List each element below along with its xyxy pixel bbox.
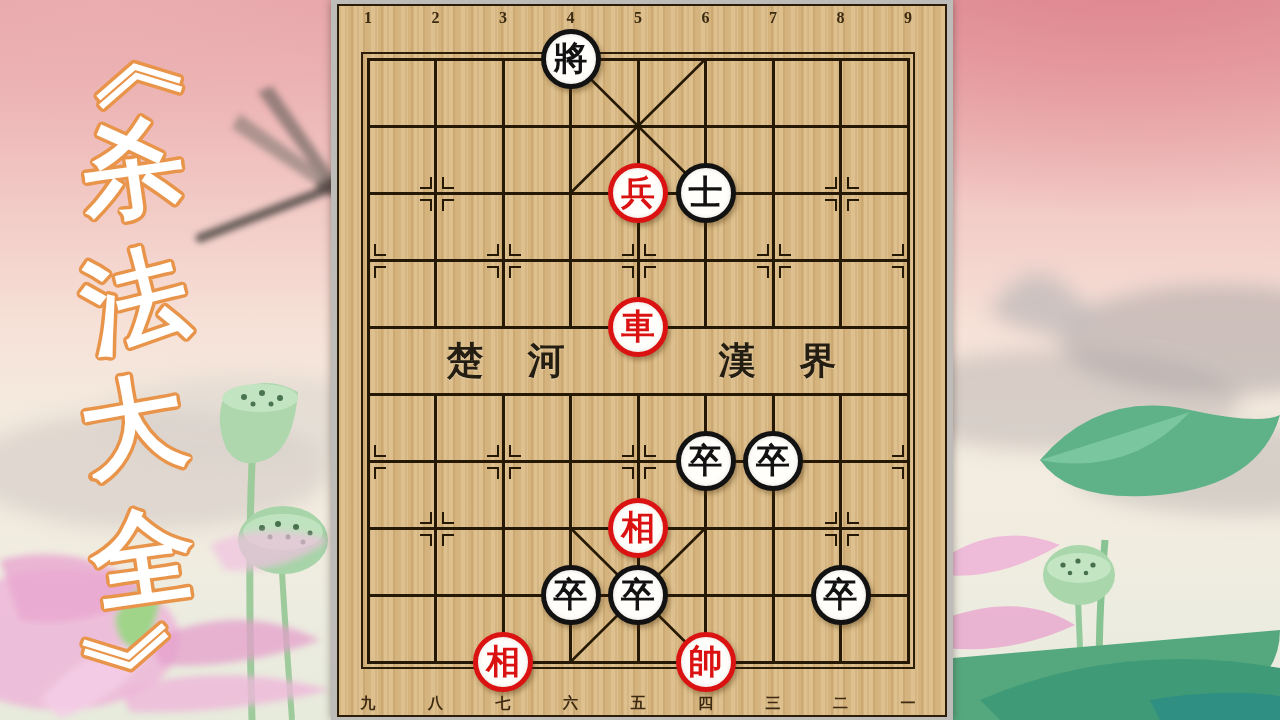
point-marker — [622, 445, 634, 457]
point-marker — [442, 512, 454, 524]
point-marker — [644, 244, 656, 256]
point-marker — [892, 467, 904, 479]
point-marker — [847, 534, 859, 546]
piece-black-soldier[interactable]: 卒 — [541, 565, 601, 625]
file-label-top: 6 — [702, 10, 710, 26]
banner-char: 全 — [82, 494, 203, 623]
point-marker — [374, 467, 386, 479]
file-label-bottom: 三 — [766, 695, 781, 711]
point-marker — [420, 177, 432, 189]
file-label-top: 8 — [837, 10, 845, 26]
point-marker — [892, 445, 904, 457]
point-marker — [779, 266, 791, 278]
point-marker — [622, 244, 634, 256]
point-marker — [644, 467, 656, 479]
file-label-bottom: 一 — [901, 695, 916, 711]
file-label-top: 7 — [769, 10, 777, 26]
point-marker — [825, 534, 837, 546]
point-marker — [442, 199, 454, 211]
file-label-bottom: 六 — [563, 695, 578, 711]
file-label-top: 3 — [499, 10, 507, 26]
file-label-bottom: 九 — [361, 695, 376, 711]
point-marker — [825, 512, 837, 524]
grid-line — [367, 58, 370, 664]
file-label-bottom: 五 — [631, 695, 646, 711]
piece-black-general[interactable]: 將 — [541, 29, 601, 89]
file-label-bottom: 二 — [833, 695, 848, 711]
point-marker — [420, 534, 432, 546]
grid-line — [569, 58, 572, 329]
grid-line — [434, 58, 437, 329]
banner-char: 》 — [70, 618, 189, 720]
file-label-top: 9 — [904, 10, 912, 26]
lotus-leaves-right — [930, 406, 1280, 720]
file-label-top: 1 — [364, 10, 372, 26]
river-text-chu: 楚 — [447, 341, 484, 381]
file-label-top: 2 — [432, 10, 440, 26]
file-label-bottom: 八 — [428, 695, 443, 711]
piece-black-advisor[interactable]: 士 — [676, 163, 736, 223]
piece-black-soldier[interactable]: 卒 — [676, 431, 736, 491]
piece-red-elephant[interactable]: 相 — [608, 498, 668, 558]
banner-char: 大 — [72, 361, 194, 492]
file-label-bottom: 七 — [496, 695, 511, 711]
river-text-han: 漢 — [719, 341, 756, 381]
grid-line — [434, 393, 437, 664]
banner-char: 《 — [71, 4, 190, 115]
file-label-top: 5 — [634, 10, 642, 26]
point-marker — [622, 266, 634, 278]
point-marker — [847, 199, 859, 211]
grid-line — [907, 58, 910, 664]
point-marker — [374, 266, 386, 278]
piece-red-soldier[interactable]: 兵 — [608, 163, 668, 223]
point-marker — [442, 177, 454, 189]
point-marker — [509, 467, 521, 479]
piece-black-soldier[interactable]: 卒 — [743, 431, 803, 491]
point-marker — [487, 244, 499, 256]
point-marker — [509, 244, 521, 256]
grid-line — [502, 393, 505, 664]
point-marker — [420, 512, 432, 524]
point-marker — [757, 244, 769, 256]
file-label-top: 4 — [567, 10, 575, 26]
point-marker — [374, 445, 386, 457]
title-banner: 《 杀 法 大 全 》 — [0, 0, 330, 720]
screenshot-root: 《 杀 法 大 全 》 將兵士車卒卒相卒卒卒相帥 楚 河 漢 界 1234567… — [0, 0, 1280, 720]
point-marker — [509, 445, 521, 457]
file-label-bottom: 四 — [698, 695, 713, 711]
point-marker — [420, 199, 432, 211]
point-marker — [847, 512, 859, 524]
point-marker — [847, 177, 859, 189]
point-marker — [442, 534, 454, 546]
point-marker — [892, 266, 904, 278]
piece-red-chariot[interactable]: 車 — [608, 297, 668, 357]
piece-black-soldier[interactable]: 卒 — [811, 565, 871, 625]
point-marker — [487, 266, 499, 278]
piece-red-general[interactable]: 帥 — [676, 632, 736, 692]
point-marker — [644, 266, 656, 278]
point-marker — [509, 266, 521, 278]
grid-line — [772, 58, 775, 329]
point-marker — [825, 177, 837, 189]
point-marker — [487, 467, 499, 479]
point-marker — [374, 244, 386, 256]
river-text-jie: 界 — [800, 341, 837, 381]
banner-char: 杀 — [71, 105, 192, 234]
grid-line — [839, 58, 842, 329]
point-marker — [825, 199, 837, 211]
point-marker — [487, 445, 499, 457]
point-marker — [779, 244, 791, 256]
banner-char: 法 — [70, 232, 200, 369]
piece-black-soldier[interactable]: 卒 — [608, 565, 668, 625]
point-marker — [622, 467, 634, 479]
point-marker — [644, 445, 656, 457]
piece-red-elephant[interactable]: 相 — [473, 632, 533, 692]
river-text-he: 河 — [528, 341, 565, 381]
point-marker — [892, 244, 904, 256]
point-marker — [757, 266, 769, 278]
grid-line — [502, 58, 505, 329]
